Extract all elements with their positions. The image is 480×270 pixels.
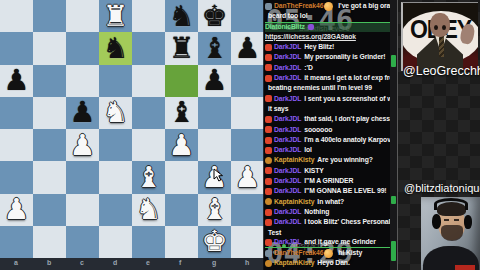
overlay-handle-top: @LeoGrecchhi xyxy=(403,64,480,78)
square-c7[interactable] xyxy=(66,32,99,64)
square-e5[interactable] xyxy=(132,97,165,129)
chat-message-text: I've got a big orange xyxy=(338,1,390,11)
piece-black-pawn-g6[interactable]: ♟ xyxy=(198,65,231,97)
chat-message-text: I"M A GRINDER xyxy=(304,176,353,186)
chat-username[interactable]: DarkJDL xyxy=(274,125,301,135)
chat-message-text: I"M GONNA BE LEVEL 99! xyxy=(304,186,386,196)
chat-message: DarkJDLMy personality is Grinder! xyxy=(265,52,390,62)
chat-message: KaptainKistyIn what? xyxy=(265,197,390,207)
chat-message-text: In what? xyxy=(317,197,344,207)
piece-white-king-g1[interactable]: ♚ xyxy=(198,226,231,258)
square-c2[interactable] xyxy=(66,194,99,226)
piece-white-pawn-h3[interactable]: ♟ xyxy=(231,161,264,193)
piece-white-knight-d5[interactable]: ♞ xyxy=(99,97,132,129)
chat-message: KaptainKistyHeyo Dan. xyxy=(265,258,390,268)
chat-username[interactable]: DarkJDL xyxy=(274,63,301,73)
headphones-band-icon xyxy=(434,198,468,210)
square-a1[interactable] xyxy=(0,226,33,258)
piece-black-pawn-h7[interactable]: ♟ xyxy=(231,32,264,64)
chat-badge-icon xyxy=(265,167,272,174)
chat-message: DarkJDLI"M A GRINDER xyxy=(265,176,390,186)
chat-username[interactable]: DarkJDL xyxy=(274,94,301,104)
piece-white-knight-e2[interactable]: ♞ xyxy=(132,194,165,226)
piece-white-pawn-a2[interactable]: ♟ xyxy=(0,194,33,226)
chat-badge-icon xyxy=(265,198,272,205)
square-e1[interactable] xyxy=(132,226,165,258)
chat-message: https://lichess.org/28GA9aok xyxy=(265,32,390,42)
square-d1[interactable] xyxy=(99,226,132,258)
square-a7[interactable] xyxy=(0,32,33,64)
piece-black-bishop-g7[interactable]: ♝ xyxy=(198,32,231,64)
chat-scrollbar[interactable] xyxy=(390,0,397,270)
chat-message-text: beard too lol xyxy=(268,11,307,21)
chat-message: DarkJDL:'D xyxy=(265,63,390,73)
coord-letter-h: h xyxy=(245,259,249,266)
square-e6[interactable] xyxy=(132,65,165,97)
chat-message: DarkJDLlol xyxy=(265,145,390,155)
coord-letter-f: f xyxy=(179,259,181,266)
chat-message-text: My personality is Grinder! xyxy=(304,52,385,62)
chat-message: DarkJDLand it gave me Grinder xyxy=(265,238,390,248)
chat-badge-icon xyxy=(265,239,272,246)
square-b6[interactable] xyxy=(33,65,66,97)
square-b1[interactable] xyxy=(33,226,66,258)
chat-badge-icon xyxy=(265,178,272,185)
chat-username[interactable]: KaptainKisty xyxy=(274,258,314,268)
red-watermark-tag xyxy=(455,265,475,270)
chat-message: DarkJDLsoooooo xyxy=(265,125,390,135)
chat-badge-icon xyxy=(265,64,272,71)
square-h6[interactable] xyxy=(231,65,264,97)
chat-message: Test xyxy=(265,228,390,238)
square-h2[interactable] xyxy=(231,194,264,226)
chat-message: DiatonicBlitz xyxy=(265,22,390,32)
chat-message-text: lol xyxy=(304,145,312,155)
chat-username[interactable]: DarkJDL xyxy=(274,238,301,248)
chat-message-text: I sent you a screenshot of what xyxy=(304,94,390,104)
chat-message-text: beating enemies until I'm level 99 xyxy=(268,83,372,93)
square-c6[interactable] xyxy=(66,65,99,97)
square-d4[interactable] xyxy=(99,129,132,161)
chat-emote-icon xyxy=(324,249,333,258)
chat-username[interactable]: DarkJDL xyxy=(274,186,301,196)
square-f6[interactable] xyxy=(165,65,198,97)
chat-username[interactable]: DanTheFreak46 xyxy=(274,248,323,258)
chat-username[interactable]: DarkJDL xyxy=(274,52,301,62)
scrollbar-highlight-mark xyxy=(391,55,396,67)
square-g4[interactable] xyxy=(198,129,231,161)
alien-tie xyxy=(439,36,444,57)
chat-badge-icon xyxy=(265,137,272,144)
mouse-cursor-icon xyxy=(213,168,224,186)
square-f1[interactable] xyxy=(165,226,198,258)
square-b4[interactable] xyxy=(33,129,66,161)
square-d2[interactable] xyxy=(99,194,132,226)
chat-message: DarkJDLI sent you a screenshot of what xyxy=(265,94,390,104)
chat-username[interactable]: DarkJDL xyxy=(274,145,301,155)
chat-message: DarkJDLI'm a 400elo anatoly Karpov! xyxy=(265,135,390,145)
square-b8[interactable] xyxy=(33,0,66,32)
piece-white-bishop-e3[interactable]: ♝ xyxy=(132,161,165,193)
chat-message: DarkJDLthat said, I don't play chess xyxy=(265,114,390,124)
piece-white-pawn-f4[interactable]: ♟ xyxy=(165,129,198,161)
chat-message-text: Heyo Dan. xyxy=(317,258,349,268)
chat-username[interactable]: DanTheFreak46 xyxy=(274,1,323,11)
coord-letter-g: g xyxy=(212,259,216,266)
chat-message: beating enemies until I'm level 99 xyxy=(265,83,390,93)
square-b3[interactable] xyxy=(33,161,66,193)
chat-messages: DanTheFreak46I've got a big orangebeard … xyxy=(265,1,390,269)
square-b2[interactable] xyxy=(33,194,66,226)
square-h4[interactable] xyxy=(231,129,264,161)
square-c3[interactable] xyxy=(66,161,99,193)
webcam-person-eye xyxy=(454,219,459,221)
chat-emote-icon xyxy=(324,2,333,11)
piece-black-pawn-a6[interactable]: ♟ xyxy=(0,65,33,97)
chat-message-text: hi Kisty xyxy=(338,248,362,258)
chat-badge-icon xyxy=(265,95,272,102)
chat-message-text: :'D xyxy=(304,63,313,73)
chat-message: DarkJDLNothing xyxy=(265,207,390,217)
file-coordinates: abcdefgh xyxy=(0,258,264,270)
chat-badge-icon xyxy=(265,54,272,61)
obey-poster-image: OBEY xyxy=(401,2,478,71)
square-h8[interactable] xyxy=(231,0,264,32)
chat-panel: 05:46 04:29 Stockfish level 6 thisisprac… xyxy=(263,0,397,270)
chat-badge-icon xyxy=(265,209,272,216)
piece-black-pawn-c5[interactable]: ♟ xyxy=(66,97,99,129)
square-a5[interactable] xyxy=(0,97,33,129)
chat-username[interactable]: DarkJDL xyxy=(274,114,301,124)
chat-message: it says xyxy=(265,104,390,114)
square-h5[interactable] xyxy=(231,97,264,129)
piece-black-knight-f8[interactable]: ♞ xyxy=(165,0,198,32)
chat-message-text: it means I get a lot of exp from xyxy=(304,73,390,83)
piece-black-rook-f7[interactable]: ♜ xyxy=(165,32,198,64)
alien-head xyxy=(430,13,450,37)
square-e4[interactable] xyxy=(132,129,165,161)
webcam-view xyxy=(421,197,480,270)
square-f2[interactable] xyxy=(165,194,198,226)
chat-message-text: Test xyxy=(268,228,281,238)
chat-badge-icon xyxy=(265,250,272,257)
coord-letter-b: b xyxy=(47,259,51,266)
chat-badge-icon xyxy=(265,3,272,10)
coord-letter-e: e xyxy=(146,259,150,266)
chat-badge-icon xyxy=(265,260,272,267)
coord-letter-d: d xyxy=(113,259,117,266)
webcam-person-beard xyxy=(441,225,463,241)
chat-badge-icon xyxy=(265,147,272,154)
chat-link[interactable]: https://lichess.org/28GA9aok xyxy=(265,32,356,42)
scrollbar-highlight-mark xyxy=(391,241,396,261)
square-b7[interactable] xyxy=(33,32,66,64)
chat-message: DanTheFreak46hi Kisty xyxy=(265,248,390,258)
scrollbar-highlight-mark xyxy=(391,196,396,204)
square-e7[interactable] xyxy=(132,32,165,64)
chat-badge-icon xyxy=(265,219,272,226)
square-e8[interactable] xyxy=(132,0,165,32)
chat-message-text: and it gave me Grinder xyxy=(304,238,375,248)
square-a8[interactable] xyxy=(0,0,33,32)
piece-white-rook-d8[interactable]: ♜ xyxy=(99,0,132,32)
chat-username[interactable]: DarkJDL xyxy=(274,135,301,145)
square-a4[interactable] xyxy=(0,129,33,161)
square-g5[interactable] xyxy=(198,97,231,129)
piece-black-knight-d7[interactable]: ♞ xyxy=(99,32,132,64)
chat-message-text: I'm a 400elo anatoly Karpov! xyxy=(304,135,390,145)
chat-badge-icon xyxy=(265,157,272,164)
chat-message: DarkJDLKISTY xyxy=(265,166,390,176)
square-a3[interactable] xyxy=(0,161,33,193)
chat-badge-icon xyxy=(265,75,272,82)
chat-username[interactable]: DarkJDL xyxy=(274,73,301,83)
piece-black-king-g8[interactable]: ♚ xyxy=(198,0,231,32)
chat-username[interactable]: DiatonicBlitz xyxy=(265,22,305,32)
chat-message: beard too lol xyxy=(265,11,390,21)
chat-message: KaptainKistyAre you winning? xyxy=(265,155,390,165)
chat-message-text: it says xyxy=(268,104,288,114)
chat-message-text: Are you winning? xyxy=(317,155,372,165)
chess-board-area: abcdefgh ♜♞♚♞♜♝♟♟♟♟♞♝♟♟♝♟♟♟♞♝♚ xyxy=(0,0,264,270)
square-c1[interactable] xyxy=(66,226,99,258)
square-d3[interactable] xyxy=(99,161,132,193)
piece-black-bishop-f5[interactable]: ♝ xyxy=(165,97,198,129)
headphone-cup-icon xyxy=(464,215,472,229)
chat-username[interactable]: KaptainKisty xyxy=(274,197,314,207)
overlay-handle-bottom: @blitzdiatonique xyxy=(404,182,480,194)
chat-username[interactable]: DarkJDL xyxy=(274,176,301,186)
headphone-cup-icon xyxy=(432,214,441,229)
chat-message-text: soooooo xyxy=(304,125,332,135)
stream-screen: abcdefgh ♜♞♚♞♜♝♟♟♟♟♞♝♟♟♝♟♟♟♞♝♚ 05:46 04:… xyxy=(0,0,480,270)
coord-letter-a: a xyxy=(14,259,18,266)
chat-message: DarkJDLI took Blitz' Chess Personality xyxy=(265,217,390,227)
chat-badge-icon xyxy=(265,44,272,51)
chat-username[interactable]: KaptainKisty xyxy=(274,155,314,165)
chat-message-text: KISTY xyxy=(304,166,324,176)
chat-message: DarkJDLI"M GONNA BE LEVEL 99! xyxy=(265,186,390,196)
chat-username[interactable]: DarkJDL xyxy=(274,166,301,176)
chat-message-text: Hey Blitz! xyxy=(304,42,334,52)
square-b5[interactable] xyxy=(33,97,66,129)
right-panel: OBEY @LeoGrecchhi @blitzdiatonique xyxy=(397,0,480,270)
coord-letter-c: c xyxy=(80,259,84,266)
chat-message: DarkJDLit means I get a lot of exp from xyxy=(265,73,390,83)
piece-white-pawn-c4[interactable]: ♟ xyxy=(66,129,99,161)
chat-username[interactable]: DarkJDL xyxy=(274,42,301,52)
chat-message: DanTheFreak46I've got a big orange xyxy=(265,1,390,11)
square-c8[interactable] xyxy=(66,0,99,32)
chat-message: DarkJDLHey Blitz! xyxy=(265,42,390,52)
chat-badge-icon xyxy=(308,24,314,30)
square-d6[interactable] xyxy=(99,65,132,97)
chat-badge-icon xyxy=(265,126,272,133)
piece-white-bishop-g2[interactable]: ♝ xyxy=(198,194,231,226)
webcam-person-eye xyxy=(444,219,449,221)
chat-message-text: Nothing xyxy=(304,207,329,217)
chat-badge-icon xyxy=(265,116,272,123)
chat-badge-icon xyxy=(265,188,272,195)
chat-username[interactable]: DarkJDL xyxy=(274,207,301,217)
square-h1[interactable] xyxy=(231,226,264,258)
square-f3[interactable] xyxy=(165,161,198,193)
chat-message-text: I took Blitz' Chess Personality xyxy=(304,217,390,227)
chat-message-text: that said, I don't play chess xyxy=(304,114,390,124)
chat-username[interactable]: DarkJDL xyxy=(274,217,301,227)
